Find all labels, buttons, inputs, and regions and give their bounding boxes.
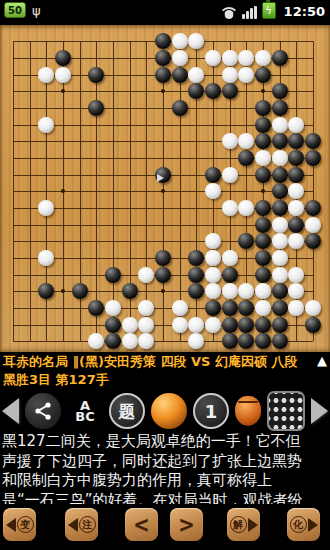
black-stone	[305, 150, 321, 166]
black-stone	[88, 300, 104, 316]
black-stone	[272, 100, 288, 116]
black-stone	[305, 233, 321, 249]
black-stone	[38, 283, 54, 299]
black-stone	[288, 167, 304, 183]
black-stone	[272, 283, 288, 299]
white-stone	[105, 300, 121, 316]
black-stone	[155, 67, 171, 83]
app-screen: 50 ψ ϟ 12:50 耳赤的名局 ‖(黑)安田秀策 四段 VS 幻庵因硕 八…	[0, 0, 330, 550]
game-title-bar: 耳赤的名局 ‖(黑)安田秀策 四段 VS 幻庵因硕 八段 黑胜3目 第127手 …	[0, 352, 330, 390]
black-stone	[305, 200, 321, 216]
black-stone	[188, 83, 204, 99]
white-stone	[255, 300, 271, 316]
white-stone	[138, 300, 154, 316]
black-stone	[238, 317, 254, 333]
move-number-button[interactable]: 1	[193, 393, 229, 429]
black-stone	[255, 133, 271, 149]
white-stone	[272, 217, 288, 233]
star-point	[61, 189, 65, 193]
grid-line-v	[313, 41, 314, 341]
black-stone	[105, 333, 121, 349]
white-stone	[288, 117, 304, 133]
next-move-button[interactable]: >	[170, 508, 203, 541]
go-board[interactable]	[0, 25, 330, 352]
black-stone	[222, 267, 238, 283]
white-stone	[288, 267, 304, 283]
white-stone	[288, 300, 304, 316]
black-stone	[272, 317, 288, 333]
white-stone	[288, 233, 304, 249]
white-stone	[172, 50, 188, 66]
white-stone	[288, 283, 304, 299]
white-stone	[122, 333, 138, 349]
black-stone	[88, 100, 104, 116]
black-stone	[255, 167, 271, 183]
game-title: 耳赤的名局 ‖(黑)安田秀策 四段 VS 幻庵因硕 八段 黑胜3目 第127手	[0, 352, 330, 389]
black-stone	[155, 267, 171, 283]
white-stone	[272, 267, 288, 283]
black-stone	[72, 283, 88, 299]
black-stone	[255, 333, 271, 349]
white-stone	[255, 50, 271, 66]
chevron-icon: >	[179, 513, 193, 537]
black-stone	[222, 300, 238, 316]
star-point	[161, 289, 165, 293]
black-stone	[272, 167, 288, 183]
black-stone	[288, 217, 304, 233]
white-stone	[305, 300, 321, 316]
arrow-right-icon	[308, 518, 318, 532]
black-stone	[205, 167, 221, 183]
white-stone	[222, 133, 238, 149]
commentary-line: 和限制白方中腹势力的作用，真可称得上	[0, 471, 330, 491]
white-stone	[38, 117, 54, 133]
star-point	[161, 89, 165, 93]
prev-comment-button[interactable]: 注	[65, 508, 98, 541]
black-stone	[238, 150, 254, 166]
white-stone	[188, 67, 204, 83]
white-stone	[172, 317, 188, 333]
usb-icon: ψ	[32, 4, 41, 17]
black-stone	[55, 50, 71, 66]
star-point	[161, 189, 165, 193]
white-stone	[222, 250, 238, 266]
white-stone	[272, 117, 288, 133]
commentary-line: 黑127二间关，是大局观卓绝的一手！它不但	[0, 432, 330, 452]
toolbar: ABC题1	[0, 390, 330, 432]
prev-variation-button[interactable]: 变	[3, 508, 36, 541]
white-stone	[222, 67, 238, 83]
black-stone	[272, 333, 288, 349]
next-comment-button[interactable]: 解	[227, 508, 260, 541]
white-stone	[238, 200, 254, 216]
arrow-left-icon	[6, 518, 16, 532]
share-button[interactable]	[25, 393, 61, 429]
black-stone	[238, 300, 254, 316]
black-stone	[255, 200, 271, 216]
white-stone	[138, 333, 154, 349]
share-icon	[33, 401, 53, 421]
white-stone	[205, 233, 221, 249]
black-stone	[122, 283, 138, 299]
black-stone	[105, 317, 121, 333]
white-stone	[188, 317, 204, 333]
signal-bars-icon	[242, 6, 257, 19]
black-stone	[255, 317, 271, 333]
clock: 12:50	[284, 4, 325, 19]
black-stone	[88, 67, 104, 83]
next-board-button[interactable]	[311, 398, 328, 424]
black-stone	[222, 83, 238, 99]
black-stone	[255, 267, 271, 283]
commentary-line: 声援了下边四子，同时还起到了扩张上边黑势	[0, 452, 330, 472]
black-stone	[238, 233, 254, 249]
white-stone	[238, 67, 254, 83]
pouch-button[interactable]	[235, 396, 261, 426]
white-stone	[222, 283, 238, 299]
white-stone	[272, 233, 288, 249]
white-stone	[88, 333, 104, 349]
white-stone	[55, 67, 71, 83]
problem-button[interactable]: 题	[109, 393, 145, 429]
font-size-button[interactable]: ABC	[67, 393, 103, 429]
white-stone	[255, 283, 271, 299]
white-stone	[172, 300, 188, 316]
black-stone	[155, 167, 171, 183]
white-stone	[38, 200, 54, 216]
white-stone	[222, 50, 238, 66]
commentary-text: 黑127二间关，是大局观卓绝的一手！它不但声援了下边四子，同时还起到了扩张上边黑…	[0, 432, 330, 506]
black-stone	[188, 250, 204, 266]
white-stone	[305, 217, 321, 233]
black-stone	[188, 267, 204, 283]
black-stone	[188, 283, 204, 299]
black-stone	[255, 217, 271, 233]
white-stone	[122, 317, 138, 333]
white-stone	[188, 33, 204, 49]
star-point	[261, 189, 265, 193]
black-stone	[272, 200, 288, 216]
white-stone	[172, 33, 188, 49]
white-stone	[238, 133, 254, 149]
black-stone	[255, 67, 271, 83]
last-move-triangle-mark	[157, 174, 164, 182]
arrow-left-icon	[68, 518, 78, 532]
star-point	[61, 289, 65, 293]
wifi-icon	[221, 6, 237, 19]
grid-line-v	[180, 41, 181, 341]
white-stone	[288, 200, 304, 216]
white-stone	[38, 67, 54, 83]
white-stone	[205, 317, 221, 333]
white-stone	[205, 267, 221, 283]
black-stone	[272, 183, 288, 199]
chevron-icon: <	[134, 513, 148, 537]
sphere-button[interactable]	[151, 393, 187, 429]
black-stone	[272, 83, 288, 99]
black-stone	[255, 117, 271, 133]
black-stone	[255, 100, 271, 116]
white-stone	[205, 250, 221, 266]
black-stone	[222, 317, 238, 333]
battery-icon: ϟ	[262, 2, 276, 19]
black-stone	[255, 250, 271, 266]
status-bar: 50 ψ ϟ 12:50	[0, 0, 330, 20]
white-stone	[38, 250, 54, 266]
black-stone	[105, 267, 121, 283]
arrow-right-icon	[248, 518, 258, 532]
white-stone	[205, 283, 221, 299]
white-stone	[138, 317, 154, 333]
white-stone	[222, 200, 238, 216]
next-variation-button[interactable]: 化	[287, 508, 320, 541]
black-stone	[222, 333, 238, 349]
star-point	[261, 89, 265, 93]
black-stone	[155, 50, 171, 66]
white-stone	[272, 150, 288, 166]
black-stone	[272, 300, 288, 316]
white-stone	[288, 183, 304, 199]
battery-percent-badge: 50	[4, 2, 26, 18]
black-stone	[272, 133, 288, 149]
white-stone	[238, 283, 254, 299]
black-stone	[205, 83, 221, 99]
white-stone	[255, 150, 271, 166]
black-stone	[272, 50, 288, 66]
black-stone	[288, 133, 304, 149]
black-stone	[238, 333, 254, 349]
prev-board-button[interactable]	[2, 398, 19, 424]
white-stone	[222, 167, 238, 183]
bottom-nav-bar: 变注<>解化	[0, 504, 330, 550]
white-stone	[205, 183, 221, 199]
collapse-icon[interactable]: ▲	[317, 353, 327, 368]
black-stone	[305, 133, 321, 149]
black-stone	[305, 317, 321, 333]
prev-move-button[interactable]: <	[125, 508, 158, 541]
white-stone	[205, 50, 221, 66]
black-stone	[172, 100, 188, 116]
black-stone	[155, 33, 171, 49]
black-stone	[255, 233, 271, 249]
black-stone	[155, 250, 171, 266]
star-point	[61, 89, 65, 93]
white-stone	[188, 333, 204, 349]
white-stone	[272, 250, 288, 266]
white-stone	[138, 267, 154, 283]
black-stone	[205, 300, 221, 316]
white-stone	[238, 50, 254, 66]
black-stone	[288, 150, 304, 166]
black-stone	[172, 67, 188, 83]
board-list-button[interactable]	[267, 391, 305, 431]
